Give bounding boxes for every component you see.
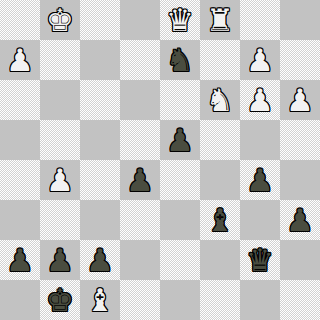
square-h2[interactable]: [280, 240, 320, 280]
square-f3[interactable]: ♝: [200, 200, 240, 240]
square-e7[interactable]: ♞: [160, 40, 200, 80]
square-c3[interactable]: [80, 200, 120, 240]
square-b2[interactable]: ♟: [40, 240, 80, 280]
square-b5[interactable]: [40, 120, 80, 160]
piece-black-queen: ♛: [240, 240, 280, 280]
square-h5[interactable]: [280, 120, 320, 160]
square-e1[interactable]: [160, 280, 200, 320]
square-g8[interactable]: [240, 0, 280, 40]
square-c1[interactable]: ♝: [80, 280, 120, 320]
piece-black-pawn: ♟: [40, 240, 80, 280]
piece-white-pawn: ♟: [40, 160, 80, 200]
square-g5[interactable]: [240, 120, 280, 160]
square-b6[interactable]: [40, 80, 80, 120]
square-b7[interactable]: [40, 40, 80, 80]
square-g7[interactable]: ♟: [240, 40, 280, 80]
piece-white-rook: ♜: [200, 0, 240, 40]
square-f2[interactable]: [200, 240, 240, 280]
square-a3[interactable]: [0, 200, 40, 240]
square-e6[interactable]: [160, 80, 200, 120]
square-c6[interactable]: [80, 80, 120, 120]
piece-black-king: ♚: [40, 280, 80, 320]
piece-black-pawn: ♟: [160, 120, 200, 160]
square-c5[interactable]: [80, 120, 120, 160]
square-d7[interactable]: [120, 40, 160, 80]
square-f6[interactable]: ♞: [200, 80, 240, 120]
square-d5[interactable]: [120, 120, 160, 160]
square-h3[interactable]: ♟: [280, 200, 320, 240]
square-c4[interactable]: [80, 160, 120, 200]
square-b4[interactable]: ♟: [40, 160, 80, 200]
piece-white-knight: ♞: [200, 80, 240, 120]
piece-white-queen: ♛: [160, 0, 200, 40]
square-e3[interactable]: [160, 200, 200, 240]
square-a6[interactable]: [0, 80, 40, 120]
piece-white-pawn: ♟: [240, 40, 280, 80]
square-h1[interactable]: [280, 280, 320, 320]
square-a8[interactable]: [0, 0, 40, 40]
square-f5[interactable]: [200, 120, 240, 160]
piece-white-bishop: ♝: [80, 280, 120, 320]
square-a7[interactable]: ♟: [0, 40, 40, 80]
square-h8[interactable]: [280, 0, 320, 40]
square-c7[interactable]: [80, 40, 120, 80]
square-g4[interactable]: ♟: [240, 160, 280, 200]
square-h6[interactable]: ♟: [280, 80, 320, 120]
piece-white-king: ♚: [40, 0, 80, 40]
square-h4[interactable]: [280, 160, 320, 200]
piece-black-pawn: ♟: [0, 240, 40, 280]
piece-black-bishop: ♝: [200, 200, 240, 240]
square-d3[interactable]: [120, 200, 160, 240]
square-c2[interactable]: ♟: [80, 240, 120, 280]
square-d2[interactable]: [120, 240, 160, 280]
square-d6[interactable]: [120, 80, 160, 120]
square-d8[interactable]: [120, 0, 160, 40]
square-e5[interactable]: ♟: [160, 120, 200, 160]
square-e8[interactable]: ♛: [160, 0, 200, 40]
square-d1[interactable]: [120, 280, 160, 320]
square-c8[interactable]: [80, 0, 120, 40]
square-g6[interactable]: ♟: [240, 80, 280, 120]
square-e2[interactable]: [160, 240, 200, 280]
piece-black-pawn: ♟: [240, 160, 280, 200]
piece-black-knight: ♞: [160, 40, 200, 80]
square-b3[interactable]: [40, 200, 80, 240]
square-f7[interactable]: [200, 40, 240, 80]
square-g2[interactable]: ♛: [240, 240, 280, 280]
square-a4[interactable]: [0, 160, 40, 200]
square-f1[interactable]: [200, 280, 240, 320]
square-a1[interactable]: [0, 280, 40, 320]
square-d4[interactable]: ♟: [120, 160, 160, 200]
piece-black-pawn: ♟: [120, 160, 160, 200]
square-f4[interactable]: [200, 160, 240, 200]
square-b1[interactable]: ♚: [40, 280, 80, 320]
square-g1[interactable]: [240, 280, 280, 320]
square-a2[interactable]: ♟: [0, 240, 40, 280]
square-e4[interactable]: [160, 160, 200, 200]
piece-white-pawn: ♟: [240, 80, 280, 120]
square-a5[interactable]: [0, 120, 40, 160]
piece-black-pawn: ♟: [280, 200, 320, 240]
square-h7[interactable]: [280, 40, 320, 80]
piece-black-pawn: ♟: [80, 240, 120, 280]
piece-white-pawn: ♟: [0, 40, 40, 80]
square-f8[interactable]: ♜: [200, 0, 240, 40]
square-b8[interactable]: ♚: [40, 0, 80, 40]
piece-white-pawn: ♟: [280, 80, 320, 120]
square-g3[interactable]: [240, 200, 280, 240]
chess-board: ♚♛♜♟♞♟♞♟♟♟♟♟♟♝♟♟♟♟♛♚♝: [0, 0, 320, 320]
